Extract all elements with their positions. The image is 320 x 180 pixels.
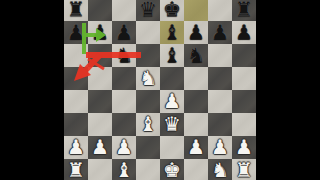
square-b1[interactable]	[88, 159, 112, 180]
piece-white-bishop-d3[interactable]: ♝	[136, 113, 160, 136]
square-a7[interactable]: ♟	[64, 21, 88, 44]
piece-white-pawn-c2[interactable]: ♟	[112, 136, 136, 159]
square-c7[interactable]: ♟	[112, 21, 136, 44]
square-d8[interactable]: ♛	[136, 0, 160, 21]
piece-white-pawn-b2[interactable]: ♟	[88, 136, 112, 159]
square-b3[interactable]	[88, 113, 112, 136]
square-h4[interactable]	[232, 90, 256, 113]
square-b2[interactable]: ♟	[88, 136, 112, 159]
square-b6[interactable]	[88, 44, 112, 67]
square-a3[interactable]	[64, 113, 88, 136]
piece-white-rook-a1[interactable]: ♜	[64, 159, 88, 180]
square-e6[interactable]: ♝	[160, 44, 184, 67]
square-a2[interactable]: ♟	[64, 136, 88, 159]
square-e8[interactable]: ♚	[160, 0, 184, 21]
square-h3[interactable]	[232, 113, 256, 136]
piece-black-pawn-h7[interactable]: ♟	[232, 21, 256, 44]
piece-white-knight-g1[interactable]: ♞	[208, 159, 232, 180]
square-f1[interactable]	[184, 159, 208, 180]
square-b7[interactable]: ♟	[88, 21, 112, 44]
square-h1[interactable]: ♜	[232, 159, 256, 180]
piece-black-pawn-b7[interactable]: ♟	[88, 21, 112, 44]
square-a4[interactable]	[64, 90, 88, 113]
piece-black-pawn-f7[interactable]: ♟	[184, 21, 208, 44]
square-f7[interactable]: ♟	[184, 21, 208, 44]
square-d7[interactable]	[136, 21, 160, 44]
piece-white-pawn-g2[interactable]: ♟	[208, 136, 232, 159]
square-d4[interactable]	[136, 90, 160, 113]
letterbox-right	[256, 0, 320, 180]
square-b4[interactable]	[88, 90, 112, 113]
piece-white-pawn-h2[interactable]: ♟	[232, 136, 256, 159]
piece-black-knight-f6[interactable]: ♞	[184, 44, 208, 67]
square-c2[interactable]: ♟	[112, 136, 136, 159]
square-f5[interactable]	[184, 67, 208, 90]
piece-black-queen-d8[interactable]: ♛	[136, 0, 160, 21]
piece-white-knight-d5[interactable]: ♞	[136, 67, 160, 90]
square-d2[interactable]	[136, 136, 160, 159]
piece-black-king-e8[interactable]: ♚	[160, 0, 184, 21]
square-d5[interactable]: ♞	[136, 67, 160, 90]
square-c5[interactable]	[112, 67, 136, 90]
square-h5[interactable]	[232, 67, 256, 90]
square-h6[interactable]	[232, 44, 256, 67]
piece-white-pawn-f2[interactable]: ♟	[184, 136, 208, 159]
square-h2[interactable]: ♟	[232, 136, 256, 159]
square-f8[interactable]	[184, 0, 208, 21]
piece-black-pawn-g7[interactable]: ♟	[208, 21, 232, 44]
piece-black-pawn-a7[interactable]: ♟	[64, 21, 88, 44]
piece-white-pawn-e4[interactable]: ♟	[160, 90, 184, 113]
piece-black-bishop-e6[interactable]: ♝	[160, 44, 184, 67]
square-c3[interactable]	[112, 113, 136, 136]
square-e2[interactable]	[160, 136, 184, 159]
square-c6[interactable]: ♞	[112, 44, 136, 67]
square-g5[interactable]	[208, 67, 232, 90]
square-g7[interactable]: ♟	[208, 21, 232, 44]
square-d1[interactable]	[136, 159, 160, 180]
square-h7[interactable]: ♟	[232, 21, 256, 44]
square-f4[interactable]	[184, 90, 208, 113]
square-f3[interactable]	[184, 113, 208, 136]
chess-board[interactable]: ♜♛♚♜♟♟♟♝♟♟♟♞♝♞♞♟♝♛♟♟♟♟♟♟♜♝♚♞♜	[64, 0, 256, 180]
square-e1[interactable]: ♚	[160, 159, 184, 180]
piece-white-bishop-c1[interactable]: ♝	[112, 159, 136, 180]
square-h8[interactable]: ♜	[232, 0, 256, 21]
square-e3[interactable]: ♛	[160, 113, 184, 136]
square-g4[interactable]	[208, 90, 232, 113]
square-a8[interactable]: ♜	[64, 0, 88, 21]
letterbox-left	[0, 0, 64, 180]
piece-black-pawn-c7[interactable]: ♟	[112, 21, 136, 44]
video-frame: ♜♛♚♜♟♟♟♝♟♟♟♞♝♞♞♟♝♛♟♟♟♟♟♟♜♝♚♞♜	[0, 0, 320, 180]
piece-white-king-e1[interactable]: ♚	[160, 159, 184, 180]
piece-white-rook-h1[interactable]: ♜	[232, 159, 256, 180]
square-c8[interactable]	[112, 0, 136, 21]
square-a5[interactable]	[64, 67, 88, 90]
square-g3[interactable]	[208, 113, 232, 136]
square-f2[interactable]: ♟	[184, 136, 208, 159]
square-c1[interactable]: ♝	[112, 159, 136, 180]
square-g8[interactable]	[208, 0, 232, 21]
square-b8[interactable]	[88, 0, 112, 21]
square-d6[interactable]	[136, 44, 160, 67]
square-g2[interactable]: ♟	[208, 136, 232, 159]
piece-white-queen-e3[interactable]: ♛	[160, 113, 184, 136]
square-a1[interactable]: ♜	[64, 159, 88, 180]
square-b5[interactable]	[88, 67, 112, 90]
square-e7[interactable]: ♝	[160, 21, 184, 44]
square-d3[interactable]: ♝	[136, 113, 160, 136]
piece-black-knight-c6[interactable]: ♞	[112, 44, 136, 67]
piece-black-rook-h8[interactable]: ♜	[232, 0, 256, 21]
square-c4[interactable]	[112, 90, 136, 113]
square-f6[interactable]: ♞	[184, 44, 208, 67]
square-e5[interactable]	[160, 67, 184, 90]
square-a6[interactable]	[64, 44, 88, 67]
square-e4[interactable]: ♟	[160, 90, 184, 113]
square-g1[interactable]: ♞	[208, 159, 232, 180]
piece-black-bishop-e7[interactable]: ♝	[160, 21, 184, 44]
square-g6[interactable]	[208, 44, 232, 67]
piece-white-pawn-a2[interactable]: ♟	[64, 136, 88, 159]
piece-black-rook-a8[interactable]: ♜	[64, 0, 88, 21]
